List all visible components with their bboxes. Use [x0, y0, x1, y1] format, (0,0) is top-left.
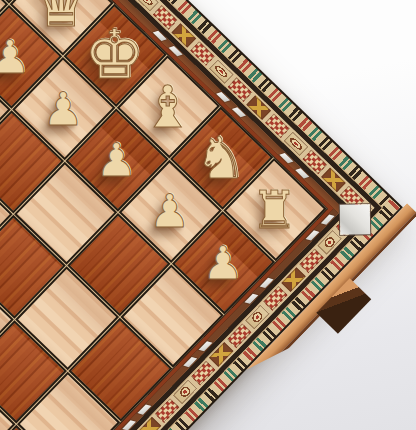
- mother-of-pearl-inlay: [199, 341, 213, 351]
- piece-white-pawn-f2[interactable]: ♟: [96, 137, 137, 183]
- mosaic-tile: [299, 249, 324, 274]
- mother-of-pearl-inlay: [183, 357, 197, 367]
- mosaic-tile: [153, 5, 178, 30]
- piece-white-pawn-g2[interactable]: ♟: [149, 188, 190, 234]
- board-foot: [316, 278, 371, 333]
- piece-white-rook-h1[interactable]: ♜: [251, 184, 298, 236]
- piece-white-king-e1[interactable]: ♚: [84, 21, 145, 89]
- mosaic-tile: [245, 305, 270, 330]
- mosaic-tile: [209, 342, 234, 367]
- mosaic-tile: [173, 379, 198, 404]
- mosaic-tile: [191, 361, 216, 386]
- mosaic-tile: [134, 0, 159, 12]
- piece-white-queen-d1[interactable]: ♛: [33, 0, 90, 36]
- mosaic-tile: [317, 230, 342, 255]
- mosaic-tile: [171, 23, 196, 48]
- mother-of-pearl-inlay: [232, 107, 246, 117]
- mother-of-pearl-inlay: [295, 168, 309, 178]
- mosaic-tile: [155, 398, 180, 423]
- piece-white-pawn-h2[interactable]: ♟: [202, 240, 243, 286]
- mosaic-tile: [137, 417, 162, 430]
- mosaic-tile: [263, 286, 288, 311]
- mosaic-tile: [335, 211, 360, 236]
- piece-white-knight-g1[interactable]: ♞: [195, 129, 247, 187]
- piece-white-pawn-d2[interactable]: ♟: [0, 34, 31, 80]
- mother-of-pearl-inlay: [153, 31, 167, 41]
- corner-mother-of-pearl-diamond: [340, 204, 371, 235]
- mosaic-tile: [246, 95, 271, 120]
- mosaic-tile: [190, 41, 215, 66]
- mother-of-pearl-inlay: [216, 92, 230, 102]
- mosaic-tile: [302, 150, 327, 175]
- mosaic-tile: [209, 59, 234, 84]
- mosaic-tile: [227, 323, 252, 348]
- piece-white-pawn-e2[interactable]: ♟: [43, 86, 84, 132]
- chess-board: ♛♚♝♞♜♟♟♟♟♟: [0, 0, 403, 430]
- mother-of-pearl-inlay: [169, 46, 183, 56]
- piece-white-bishop-f1[interactable]: ♝: [142, 78, 194, 136]
- mother-of-pearl-inlay: [279, 153, 293, 163]
- mother-of-pearl-inlay: [138, 404, 152, 414]
- mosaic-tile: [265, 113, 290, 138]
- mother-of-pearl-inlay: [122, 420, 136, 430]
- mosaic-tile: [284, 131, 309, 156]
- photo-background: ♛♚♝♞♜♟♟♟♟♟: [0, 0, 416, 430]
- mosaic-tile: [358, 204, 374, 220]
- mother-of-pearl-inlay: [321, 215, 335, 225]
- mosaic-tile: [228, 77, 253, 102]
- mother-of-pearl-inlay: [260, 278, 274, 288]
- mother-of-pearl-inlay: [306, 230, 320, 240]
- mosaic-tile: [281, 267, 306, 292]
- mosaic-tile: [321, 168, 346, 193]
- mother-of-pearl-inlay: [244, 294, 258, 304]
- mosaic-tile: [340, 186, 365, 211]
